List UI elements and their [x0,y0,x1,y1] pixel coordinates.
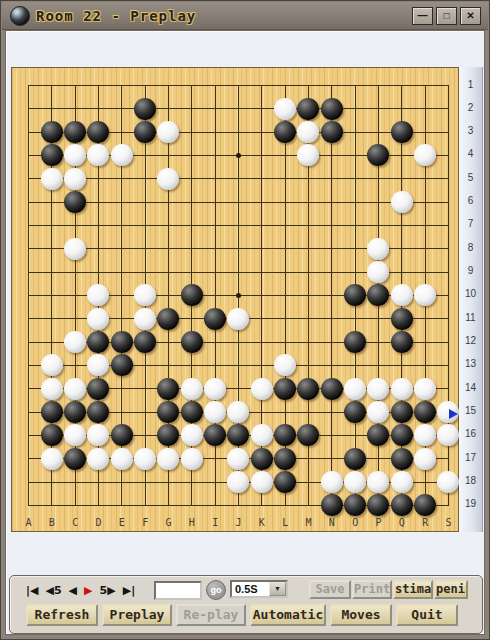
column-label: F [137,517,153,528]
row-label: 19 [459,498,482,510]
white-stone [297,121,319,143]
column-label: O [347,517,363,528]
black-stone [297,424,319,446]
black-stone [344,494,366,516]
row-label: 5 [459,172,482,184]
black-stone [181,401,203,423]
white-stone [64,144,86,166]
row-label: 11 [459,312,482,324]
column-label: J [230,517,246,528]
minimize-button[interactable]: — [412,7,433,25]
white-stone [367,238,389,260]
black-stone [274,424,296,446]
white-stone [41,354,63,376]
white-stone [134,448,156,470]
white-stone [181,378,203,400]
black-stone [251,448,273,470]
row-label: 3 [459,125,482,137]
white-stone [64,424,86,446]
column-label: R [417,517,433,528]
white-stone [251,471,273,493]
black-stone [321,121,343,143]
white-stone [204,378,226,400]
white-stone [87,144,109,166]
black-stone [227,424,249,446]
white-stone [157,448,179,470]
preplay-button[interactable]: Preplay [102,604,172,626]
black-stone [181,331,203,353]
black-stone [297,98,319,120]
nav-forward5-button[interactable]: 5▶ [100,584,116,597]
white-stone [111,448,133,470]
nav-back5-button[interactable]: ◀5 [45,584,61,597]
white-stone [227,401,249,423]
black-stone [274,121,296,143]
black-stone [344,284,366,306]
column-label: Q [394,517,410,528]
automatic-button[interactable]: Automatic [250,604,326,626]
black-stone [64,191,86,213]
black-stone [344,401,366,423]
control-panel: |◀ ◀5 ◀ ▶ 5▶ ▶| go 0.5S ▼ Save Print sti… [9,575,483,634]
white-stone [414,448,436,470]
column-label: E [114,517,130,528]
black-stone [41,424,63,446]
white-stone [41,378,63,400]
nav-first-button[interactable]: |◀ [26,584,38,597]
column-label: M [300,517,316,528]
column-label: I [207,517,223,528]
row-label: 7 [459,218,482,230]
black-stone [157,308,179,330]
black-stone [181,284,203,306]
white-stone [437,401,459,423]
column-label: C [67,517,83,528]
row-label: 2 [459,102,482,114]
black-stone [391,308,413,330]
white-stone [157,121,179,143]
white-stone [274,354,296,376]
app-icon [10,6,30,26]
go-board: ABCDEFGHIJKLMNOPQRS [11,67,459,532]
column-label: N [324,517,340,528]
white-stone [87,448,109,470]
white-stone [227,308,249,330]
nav-forward-button[interactable]: ▶ [84,584,92,597]
white-stone [41,448,63,470]
black-stone [274,471,296,493]
black-stone [367,494,389,516]
white-stone [367,471,389,493]
row-label: 6 [459,195,482,207]
black-stone [87,121,109,143]
white-stone [181,448,203,470]
black-stone [367,424,389,446]
white-stone [157,168,179,190]
black-stone [391,448,413,470]
white-stone [367,401,389,423]
column-label: A [21,517,37,528]
black-stone [367,144,389,166]
white-stone [87,354,109,376]
black-stone [41,121,63,143]
quit-button[interactable]: Quit [396,604,458,626]
black-stone [321,98,343,120]
column-label: L [277,517,293,528]
white-stone [64,168,86,190]
app-window: Room 22 - Preplay — □ ✕ ABCDEFGHIJKLMNOP… [0,0,490,640]
replay-button[interactable]: Re-play [176,604,246,626]
maximize-button[interactable]: □ [436,7,457,25]
black-stone [157,424,179,446]
white-stone [64,331,86,353]
column-label: D [90,517,106,528]
print-button[interactable]: Print [352,580,392,599]
row-label: 4 [459,148,482,160]
moves-button[interactable]: Moves [330,604,392,626]
refresh-button[interactable]: Refresh [26,604,98,626]
black-stone [64,401,86,423]
black-stone [204,308,226,330]
row-label: 18 [459,475,482,487]
white-stone [391,378,413,400]
row-label: 12 [459,335,482,347]
row-label: 13 [459,358,482,370]
last-move-triangle-icon [449,409,458,419]
black-stone [391,331,413,353]
white-stone [227,471,249,493]
black-stone [274,378,296,400]
black-stone [41,144,63,166]
column-label: H [184,517,200,528]
white-stone [367,378,389,400]
black-stone [41,401,63,423]
white-stone [391,191,413,213]
row-label: 14 [459,382,482,394]
black-stone [367,284,389,306]
white-stone [134,308,156,330]
white-stone [134,284,156,306]
white-stone [414,424,436,446]
white-stone [41,168,63,190]
black-stone [391,494,413,516]
star-point [236,153,241,158]
estimate-button[interactable]: stimat [393,580,433,599]
white-stone [437,471,459,493]
opening-button[interactable]: penin [434,580,468,599]
black-stone [297,378,319,400]
white-stone [181,424,203,446]
black-stone [204,424,226,446]
row-label: 8 [459,242,482,254]
black-stone [111,331,133,353]
white-stone [414,284,436,306]
row-label: 17 [459,452,482,464]
nav-back-button[interactable]: ◀ [69,584,77,597]
white-stone [64,378,86,400]
white-stone [297,144,319,166]
white-stone [64,238,86,260]
black-stone [414,401,436,423]
nav-last-button[interactable]: ▶| [123,584,135,597]
white-stone [437,424,459,446]
column-label: G [160,517,176,528]
white-stone [251,378,273,400]
delay-select-value: 0.5S [232,582,269,596]
white-stone [87,424,109,446]
white-stone [227,448,249,470]
row-label: 10 [459,288,482,300]
title-bar: Room 22 - Preplay — □ ✕ [2,2,488,30]
black-stone [274,448,296,470]
black-stone [414,494,436,516]
black-stone [134,98,156,120]
black-stone [134,331,156,353]
goban-grid[interactable] [28,85,449,506]
white-stone [87,308,109,330]
column-label: P [370,517,386,528]
row-label: 15 [459,405,482,417]
column-label: K [254,517,270,528]
black-stone [111,424,133,446]
column-label: S [440,517,456,528]
black-stone [64,448,86,470]
black-stone [157,378,179,400]
white-stone [391,284,413,306]
row-label: 1 [459,79,482,91]
row-labels-strip: 12345678910111213141516171819 [459,67,483,532]
white-stone [87,284,109,306]
white-stone [414,378,436,400]
go-button[interactable]: go [206,580,226,600]
delay-select[interactable]: 0.5S ▼ [230,580,288,598]
chevron-down-icon[interactable]: ▼ [269,582,286,596]
black-stone [321,378,343,400]
window-title: Room 22 - Preplay [36,8,196,24]
white-stone [274,98,296,120]
save-button[interactable]: Save [309,580,351,599]
row-label: 16 [459,428,482,440]
black-stone [87,401,109,423]
black-stone [87,331,109,353]
black-stone [157,401,179,423]
star-point [236,293,241,298]
white-stone [344,471,366,493]
white-stone [321,471,343,493]
black-stone [344,331,366,353]
white-stone [391,471,413,493]
black-stone [64,121,86,143]
column-label: B [44,517,60,528]
white-stone [251,424,273,446]
black-stone [344,448,366,470]
black-stone [391,401,413,423]
black-stone [321,494,343,516]
white-stone [344,378,366,400]
white-stone [111,144,133,166]
close-button[interactable]: ✕ [460,7,481,25]
black-stone [391,424,413,446]
move-number-input[interactable] [154,581,202,600]
move-navigation: |◀ ◀5 ◀ ▶ 5▶ ▶| [26,581,135,600]
white-stone [367,261,389,283]
black-stone [391,121,413,143]
white-stone [414,144,436,166]
black-stone [111,354,133,376]
white-stone [204,401,226,423]
black-stone [134,121,156,143]
black-stone [87,378,109,400]
row-label: 9 [459,265,482,277]
